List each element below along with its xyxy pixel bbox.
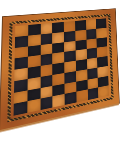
photo-background bbox=[0, 0, 120, 144]
chessboard bbox=[0, 9, 119, 130]
